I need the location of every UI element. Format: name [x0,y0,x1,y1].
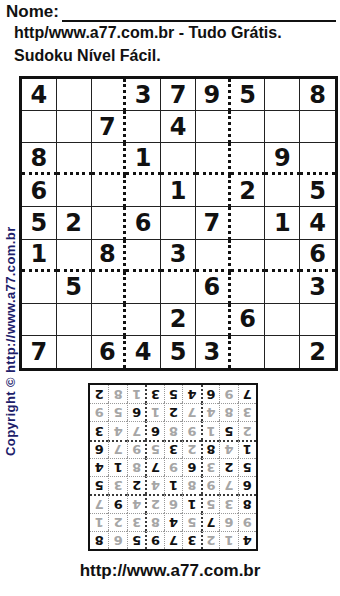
puzzle-cell [126,272,161,304]
puzzle-cell [265,240,300,272]
puzzle-cell: 3 [196,336,231,368]
puzzle-cell: 6 [126,207,161,239]
puzzle-cell: 1 [161,175,196,207]
solution-cell: 1 [238,440,256,458]
puzzle-cell [92,175,127,207]
solution-cell: 2 [90,385,108,403]
puzzle-cell [57,240,92,272]
puzzle-cell: 9 [196,79,231,111]
solution-cell: 8 [182,476,200,494]
puzzle-cell [265,79,300,111]
puzzle-cell [57,336,92,368]
solution-cell: 9 [127,440,145,458]
puzzle-cell [196,175,231,207]
solution-cell: 5 [219,421,237,439]
puzzle-cell: 8 [300,79,335,111]
solution-cell: 5 [238,458,256,476]
solution-cell: 9 [108,494,126,512]
puzzle-cell: 7 [22,336,57,368]
solution-cell: 4 [219,440,237,458]
solution-cell: 9 [90,403,108,421]
solution-cell: 3 [127,513,145,531]
puzzle-cell [92,304,127,336]
puzzle-cell: 2 [57,207,92,239]
solution-cell: 1 [201,421,219,439]
puzzle-cell [231,272,266,304]
solution-cell: 8 [90,531,108,549]
solution-cell: 3 [201,458,219,476]
puzzle-cell: 1 [265,207,300,239]
puzzle-cell: 5 [161,336,196,368]
solution-cell: 5 [182,513,200,531]
name-label: Nome: [6,2,59,22]
solution-cell: 1 [182,494,200,512]
solution-cell: 1 [108,458,126,476]
solution-cell: 2 [164,403,182,421]
solution-cell: 6 [182,458,200,476]
solution-cell: 2 [238,421,256,439]
solution-cell: 3 [145,385,163,403]
solution-cell: 2 [127,476,145,494]
sudoku-puzzle-grid: 437958748196125526714183656326764532 [19,76,338,371]
solution-cell: 7 [145,458,163,476]
solution-cell: 6 [145,421,163,439]
puzzle-cell [57,79,92,111]
solution-cell: 4 [182,385,200,403]
level-title: Sudoku Nível Fácil. [14,47,161,65]
solution-cell: 5 [90,476,108,494]
puzzle-cell: 6 [300,240,335,272]
solution-cell: 1 [219,531,237,549]
solution-cell: 5 [127,531,145,549]
solution-cell: 8 [145,513,163,531]
puzzle-cell [196,240,231,272]
puzzle-cell: 2 [231,175,266,207]
puzzle-cell [265,175,300,207]
puzzle-cell: 6 [231,304,266,336]
solution-cell: 2 [219,458,237,476]
solution-cell: 4 [108,421,126,439]
solution-cell: 6 [108,531,126,549]
puzzle-cell [231,240,266,272]
puzzle-cell [265,111,300,143]
puzzle-cell: 4 [22,79,57,111]
puzzle-cell: 4 [161,111,196,143]
solution-cell: 5 [164,385,182,403]
solution-cell: 8 [164,421,182,439]
solution-cell: 2 [145,494,163,512]
solution-cell: 6 [238,476,256,494]
puzzle-cell [265,272,300,304]
solution-cell: 6 [201,385,219,403]
solution-cell: 2 [201,531,219,549]
puzzle-cell [22,272,57,304]
puzzle-cell [161,143,196,175]
solution-cell: 1 [90,513,108,531]
solution-cell: 7 [182,403,200,421]
solution-cell: 1 [145,403,163,421]
solution-cell: 7 [238,385,256,403]
solution-cell: 3 [219,494,237,512]
puzzle-cell: 8 [22,143,57,175]
solution-cell: 8 [238,494,256,512]
puzzle-cell [92,79,127,111]
solution-cell: 4 [145,476,163,494]
solution-cell: 3 [164,440,182,458]
puzzle-cell [22,111,57,143]
puzzle-cell: 1 [22,240,57,272]
solution-cell: 8 [127,458,145,476]
puzzle-cell: 7 [92,111,127,143]
puzzle-cell: 6 [196,272,231,304]
puzzle-cell [265,304,300,336]
puzzle-cell [92,272,127,304]
puzzle-cell: 2 [300,336,335,368]
puzzle-cell: 5 [300,175,335,207]
solution-cell: 2 [108,513,126,531]
puzzle-cell: 7 [196,207,231,239]
solution-cell: 5 [108,403,126,421]
puzzle-cell [265,336,300,368]
puzzle-cell [161,272,196,304]
puzzle-cell: 6 [92,336,127,368]
puzzle-cell: 3 [161,240,196,272]
solution-cell: 6 [164,494,182,512]
puzzle-cell: 3 [126,79,161,111]
solution-cell: 3 [90,421,108,439]
solution-cell: 4 [201,403,219,421]
solution-cell: 8 [219,403,237,421]
solution-cell: 3 [108,476,126,494]
puzzle-cell [196,304,231,336]
puzzle-cell: 3 [300,272,335,304]
solution-cell: 7 [219,476,237,494]
puzzle-cell [57,304,92,336]
solution-cell: 9 [201,476,219,494]
puzzle-cell: 2 [161,304,196,336]
puzzle-cell: 4 [300,207,335,239]
copyright-vertical-text: Copyright © http://www.a77.com.br [3,84,17,456]
solution-cell: 5 [145,440,163,458]
puzzle-cell [300,111,335,143]
site-line: http/www.a77.com.br - Tudo Grátis. [14,24,282,42]
puzzle-cell [22,304,57,336]
puzzle-cell [300,143,335,175]
solution-cell: 8 [201,440,219,458]
puzzle-cell [196,111,231,143]
puzzle-cell: 6 [22,175,57,207]
sudoku-solution-grid: 4123795689675483218351624976798142355236… [88,383,258,551]
puzzle-cell [231,143,266,175]
solution-cell: 7 [201,513,219,531]
solution-cell: 4 [90,458,108,476]
puzzle-cell: 4 [126,336,161,368]
solution-cell: 8 [108,385,126,403]
solution-cell: 9 [238,513,256,531]
puzzle-cell [126,111,161,143]
solution-cell: 7 [127,421,145,439]
puzzle-cell [161,207,196,239]
puzzle-cell [126,240,161,272]
puzzle-cell: 1 [126,143,161,175]
solution-cell: 9 [164,458,182,476]
solution-cell: 7 [90,494,108,512]
name-row: Nome: [6,2,336,22]
solution-cell: 1 [127,385,145,403]
solution-cell: 4 [127,494,145,512]
puzzle-cell: 9 [265,143,300,175]
solution-cell: 9 [182,421,200,439]
puzzle-cell [231,207,266,239]
puzzle-cell [300,304,335,336]
puzzle-cell [231,111,266,143]
puzzle-cell: 7 [161,79,196,111]
solution-cell: 5 [201,494,219,512]
solution-cell: 3 [182,531,200,549]
solution-cell: 3 [238,403,256,421]
solution-cell: 9 [145,531,163,549]
footer-url: http://www.a77.com.br [0,561,340,581]
solution-cell: 1 [164,476,182,494]
puzzle-cell [57,175,92,207]
solution-cell: 4 [164,513,182,531]
puzzle-cell [126,175,161,207]
puzzle-cell [231,336,266,368]
solution-cell: 6 [127,403,145,421]
puzzle-cell [196,143,231,175]
puzzle-cell: 5 [57,272,92,304]
solution-cell: 2 [182,440,200,458]
solution-cell: 7 [108,440,126,458]
puzzle-cell: 5 [22,207,57,239]
solution-cell: 4 [238,531,256,549]
solution-cell: 6 [219,513,237,531]
solution-cell: 7 [164,531,182,549]
puzzle-cell [92,207,127,239]
puzzle-cell [57,111,92,143]
puzzle-cell [92,143,127,175]
solution-cell: 6 [90,440,108,458]
name-underline [62,4,336,22]
puzzle-cell: 5 [231,79,266,111]
solution-cell: 9 [219,385,237,403]
puzzle-cell [57,143,92,175]
puzzle-cell [126,304,161,336]
puzzle-cell: 8 [92,240,127,272]
